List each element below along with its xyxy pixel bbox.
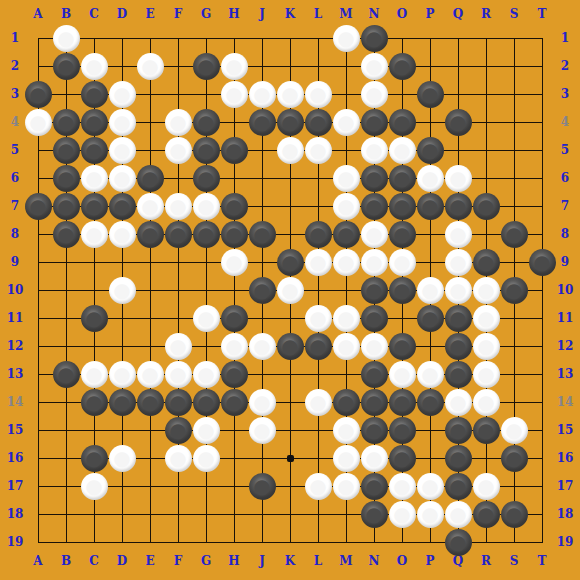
stone-black-B13: ● [53, 361, 80, 388]
stone-white-A4: ● [25, 109, 52, 136]
stone-black-C11: ● [81, 305, 108, 332]
stone-black-G8: ● [193, 221, 220, 248]
stone-black-N17: ● [361, 473, 388, 500]
stone-white-M15: ● [333, 417, 360, 444]
col-label-bottom-C: C [80, 554, 108, 568]
stone-black-D7: ● [109, 193, 136, 220]
row-label-right-4: 4 [552, 115, 578, 129]
stone-black-G2: ● [193, 53, 220, 80]
col-label-bottom-M: M [332, 554, 360, 568]
stone-white-D16: ● [109, 445, 136, 472]
stone-white-L5: ● [305, 137, 332, 164]
row-label-right-7: 7 [552, 199, 578, 213]
stone-white-R10: ● [473, 277, 500, 304]
stone-white-Q9: ● [445, 249, 472, 276]
stone-black-C5: ● [81, 137, 108, 164]
stone-white-H3: ● [221, 81, 248, 108]
stone-black-G6: ● [193, 165, 220, 192]
stone-black-Q15: ● [445, 417, 472, 444]
stone-white-R13: ● [473, 361, 500, 388]
col-label-top-B: B [52, 7, 80, 21]
col-label-bottom-G: G [192, 554, 220, 568]
stone-black-J10: ● [249, 277, 276, 304]
stone-white-O9: ● [389, 249, 416, 276]
col-label-bottom-P: P [416, 554, 444, 568]
stone-white-J3: ● [249, 81, 276, 108]
col-label-bottom-S: S [500, 554, 528, 568]
col-label-top-O: O [388, 7, 416, 21]
row-label-right-14: 14 [552, 395, 578, 409]
star-point-K16 [287, 455, 294, 462]
col-label-top-J: J [248, 7, 276, 21]
stone-white-L3: ● [305, 81, 332, 108]
stone-white-C17: ● [81, 473, 108, 500]
stone-black-D14: ● [109, 389, 136, 416]
stone-black-N10: ● [361, 277, 388, 304]
stone-black-O15: ● [389, 417, 416, 444]
stone-white-K10: ● [277, 277, 304, 304]
stone-black-N14: ● [361, 389, 388, 416]
stone-black-P3: ● [417, 81, 444, 108]
stone-black-R9: ● [473, 249, 500, 276]
stone-black-H8: ● [221, 221, 248, 248]
stone-white-M16: ● [333, 445, 360, 472]
col-label-bottom-N: N [360, 554, 388, 568]
col-label-bottom-D: D [108, 554, 136, 568]
stone-white-C8: ● [81, 221, 108, 248]
stone-black-N11: ● [361, 305, 388, 332]
stone-white-R17: ● [473, 473, 500, 500]
col-label-top-G: G [192, 7, 220, 21]
stone-black-O6: ● [389, 165, 416, 192]
stone-white-F16: ● [165, 445, 192, 472]
stone-white-H2: ● [221, 53, 248, 80]
stone-black-F14: ● [165, 389, 192, 416]
stone-white-J12: ● [249, 333, 276, 360]
stone-white-R14: ● [473, 389, 500, 416]
stone-black-O10: ● [389, 277, 416, 304]
stone-black-Q12: ● [445, 333, 472, 360]
col-label-top-N: N [360, 7, 388, 21]
stone-white-Q6: ● [445, 165, 472, 192]
stone-white-M1: ● [333, 25, 360, 52]
row-label-right-16: 16 [552, 451, 578, 465]
row-label-left-19: 19 [2, 535, 28, 549]
stone-black-R7: ● [473, 193, 500, 220]
col-label-bottom-O: O [388, 554, 416, 568]
row-label-right-8: 8 [552, 227, 578, 241]
stone-black-K12: ● [277, 333, 304, 360]
stone-black-O7: ● [389, 193, 416, 220]
col-label-top-M: M [332, 7, 360, 21]
stone-white-Q10: ● [445, 277, 472, 304]
stone-black-O8: ● [389, 221, 416, 248]
stone-white-L9: ● [305, 249, 332, 276]
stone-white-P17: ● [417, 473, 444, 500]
stone-black-O16: ● [389, 445, 416, 472]
row-label-left-16: 16 [2, 451, 28, 465]
stone-white-N12: ● [361, 333, 388, 360]
stone-black-L12: ● [305, 333, 332, 360]
stone-white-D13: ● [109, 361, 136, 388]
row-label-left-10: 10 [2, 283, 28, 297]
stone-white-K3: ● [277, 81, 304, 108]
col-label-bottom-A: A [24, 554, 52, 568]
stone-white-J14: ● [249, 389, 276, 416]
stone-white-S15: ● [501, 417, 528, 444]
stone-black-C4: ● [81, 109, 108, 136]
stone-white-P18: ● [417, 501, 444, 528]
stone-white-M6: ● [333, 165, 360, 192]
stone-white-O18: ● [389, 501, 416, 528]
stone-black-B4: ● [53, 109, 80, 136]
stone-white-C2: ● [81, 53, 108, 80]
col-label-top-E: E [136, 7, 164, 21]
row-label-right-11: 11 [552, 311, 578, 325]
stone-white-R11: ● [473, 305, 500, 332]
stone-black-N18: ● [361, 501, 388, 528]
row-label-right-15: 15 [552, 423, 578, 437]
col-label-top-S: S [500, 7, 528, 21]
stone-black-B6: ● [53, 165, 80, 192]
stone-black-G5: ● [193, 137, 220, 164]
stone-black-N15: ● [361, 417, 388, 444]
stone-black-F8: ● [165, 221, 192, 248]
stone-black-H5: ● [221, 137, 248, 164]
stone-white-L11: ● [305, 305, 332, 332]
col-label-top-T: T [528, 7, 556, 21]
stone-black-O12: ● [389, 333, 416, 360]
row-label-left-15: 15 [2, 423, 28, 437]
stone-black-H7: ● [221, 193, 248, 220]
stone-black-J17: ● [249, 473, 276, 500]
stone-white-E7: ● [137, 193, 164, 220]
stone-black-C7: ● [81, 193, 108, 220]
stone-white-D5: ● [109, 137, 136, 164]
stone-white-G13: ● [193, 361, 220, 388]
stone-black-B7: ● [53, 193, 80, 220]
stone-black-E8: ● [137, 221, 164, 248]
stone-white-K5: ● [277, 137, 304, 164]
stone-white-Q14: ● [445, 389, 472, 416]
row-label-left-12: 12 [2, 339, 28, 353]
stone-black-Q16: ● [445, 445, 472, 472]
stone-white-R12: ● [473, 333, 500, 360]
stone-black-S18: ● [501, 501, 528, 528]
stone-white-N2: ● [361, 53, 388, 80]
stone-white-H12: ● [221, 333, 248, 360]
stone-black-M14: ● [333, 389, 360, 416]
stone-white-F7: ● [165, 193, 192, 220]
stone-white-Q8: ● [445, 221, 472, 248]
stone-black-K4: ● [277, 109, 304, 136]
stone-white-F13: ● [165, 361, 192, 388]
row-label-left-2: 2 [2, 59, 28, 73]
stone-black-A7: ● [25, 193, 52, 220]
stone-black-G4: ● [193, 109, 220, 136]
stone-white-O13: ● [389, 361, 416, 388]
stone-black-N6: ● [361, 165, 388, 192]
row-label-left-5: 5 [2, 143, 28, 157]
stone-white-D4: ● [109, 109, 136, 136]
stone-white-C6: ● [81, 165, 108, 192]
stone-white-N5: ● [361, 137, 388, 164]
stone-black-F15: ● [165, 417, 192, 444]
row-label-left-1: 1 [2, 31, 28, 45]
col-label-bottom-J: J [248, 554, 276, 568]
stone-black-Q4: ● [445, 109, 472, 136]
stone-black-B5: ● [53, 137, 80, 164]
stone-white-P13: ● [417, 361, 444, 388]
stone-black-Q11: ● [445, 305, 472, 332]
stone-black-Q19: ● [445, 529, 472, 556]
col-label-bottom-K: K [276, 554, 304, 568]
row-label-right-1: 1 [552, 31, 578, 45]
stone-white-B1: ● [53, 25, 80, 52]
row-label-left-14: 14 [2, 395, 28, 409]
grid-line-vertical [542, 38, 543, 543]
go-board[interactable]: AABBCCDDEEFFGGHHJJKKLLMMNNOOPPQQRRSSTT11… [0, 0, 580, 580]
stone-black-J8: ● [249, 221, 276, 248]
col-label-bottom-E: E [136, 554, 164, 568]
stone-white-G16: ● [193, 445, 220, 472]
stone-white-O5: ● [389, 137, 416, 164]
col-label-bottom-Q: Q [444, 554, 472, 568]
col-label-top-A: A [24, 7, 52, 21]
stone-white-G15: ● [193, 417, 220, 444]
stone-white-F5: ● [165, 137, 192, 164]
stone-black-P7: ● [417, 193, 444, 220]
col-label-top-K: K [276, 7, 304, 21]
stone-white-N3: ● [361, 81, 388, 108]
stone-black-R18: ● [473, 501, 500, 528]
stone-black-H14: ● [221, 389, 248, 416]
stone-white-L17: ● [305, 473, 332, 500]
row-label-left-9: 9 [2, 255, 28, 269]
stone-white-M4: ● [333, 109, 360, 136]
stone-black-T9: ● [529, 249, 556, 276]
stone-black-S8: ● [501, 221, 528, 248]
stone-black-K9: ● [277, 249, 304, 276]
stone-black-C3: ● [81, 81, 108, 108]
col-label-bottom-F: F [164, 554, 192, 568]
row-label-right-3: 3 [552, 87, 578, 101]
col-label-top-P: P [416, 7, 444, 21]
row-label-left-18: 18 [2, 507, 28, 521]
row-label-right-2: 2 [552, 59, 578, 73]
stone-white-N16: ● [361, 445, 388, 472]
stone-white-D3: ● [109, 81, 136, 108]
stone-white-D10: ● [109, 277, 136, 304]
col-label-top-R: R [472, 7, 500, 21]
stone-black-R15: ● [473, 417, 500, 444]
row-label-left-8: 8 [2, 227, 28, 241]
row-label-right-10: 10 [552, 283, 578, 297]
stone-black-O4: ● [389, 109, 416, 136]
row-label-right-9: 9 [552, 255, 578, 269]
stone-black-B2: ● [53, 53, 80, 80]
row-label-right-18: 18 [552, 507, 578, 521]
stone-black-N4: ● [361, 109, 388, 136]
stone-white-O17: ● [389, 473, 416, 500]
stone-black-H11: ● [221, 305, 248, 332]
stone-black-E6: ● [137, 165, 164, 192]
row-label-left-6: 6 [2, 171, 28, 185]
stone-black-S10: ● [501, 277, 528, 304]
stone-black-L8: ● [305, 221, 332, 248]
stone-black-L4: ● [305, 109, 332, 136]
col-label-bottom-H: H [220, 554, 248, 568]
col-label-top-H: H [220, 7, 248, 21]
row-label-right-13: 13 [552, 367, 578, 381]
stone-white-N8: ● [361, 221, 388, 248]
stone-white-F4: ● [165, 109, 192, 136]
stone-white-L14: ● [305, 389, 332, 416]
col-label-bottom-L: L [304, 554, 332, 568]
stone-black-P14: ● [417, 389, 444, 416]
stone-white-G7: ● [193, 193, 220, 220]
stone-white-H9: ● [221, 249, 248, 276]
stone-black-N1: ● [361, 25, 388, 52]
stone-white-M7: ● [333, 193, 360, 220]
stone-black-G14: ● [193, 389, 220, 416]
col-label-top-Q: Q [444, 7, 472, 21]
row-label-left-17: 17 [2, 479, 28, 493]
stone-white-N9: ● [361, 249, 388, 276]
row-label-right-6: 6 [552, 171, 578, 185]
stone-black-Q13: ● [445, 361, 472, 388]
stone-white-E2: ● [137, 53, 164, 80]
stone-white-Q18: ● [445, 501, 472, 528]
stone-white-P10: ● [417, 277, 444, 304]
col-label-bottom-R: R [472, 554, 500, 568]
stone-white-P6: ● [417, 165, 444, 192]
stone-white-J15: ● [249, 417, 276, 444]
stone-black-N7: ● [361, 193, 388, 220]
stone-black-Q17: ● [445, 473, 472, 500]
col-label-top-D: D [108, 7, 136, 21]
row-label-right-5: 5 [552, 143, 578, 157]
stone-white-F12: ● [165, 333, 192, 360]
stone-black-E14: ● [137, 389, 164, 416]
stone-white-D6: ● [109, 165, 136, 192]
stone-white-M17: ● [333, 473, 360, 500]
stone-black-M8: ● [333, 221, 360, 248]
stone-black-B8: ● [53, 221, 80, 248]
stone-black-S16: ● [501, 445, 528, 472]
stone-black-Q7: ● [445, 193, 472, 220]
stone-black-P5: ● [417, 137, 444, 164]
row-label-left-13: 13 [2, 367, 28, 381]
row-label-right-17: 17 [552, 479, 578, 493]
stone-black-P11: ● [417, 305, 444, 332]
row-label-right-12: 12 [552, 339, 578, 353]
stone-black-J4: ● [249, 109, 276, 136]
col-label-top-F: F [164, 7, 192, 21]
col-label-top-L: L [304, 7, 332, 21]
stone-white-M11: ● [333, 305, 360, 332]
stone-black-A3: ● [25, 81, 52, 108]
col-label-top-C: C [80, 7, 108, 21]
stone-white-M9: ● [333, 249, 360, 276]
row-label-right-19: 19 [552, 535, 578, 549]
stone-black-O14: ● [389, 389, 416, 416]
stone-white-C13: ● [81, 361, 108, 388]
col-label-bottom-T: T [528, 554, 556, 568]
stone-black-H13: ● [221, 361, 248, 388]
stone-white-E13: ● [137, 361, 164, 388]
col-label-bottom-B: B [52, 554, 80, 568]
stone-black-C16: ● [81, 445, 108, 472]
stone-black-N13: ● [361, 361, 388, 388]
stone-white-D8: ● [109, 221, 136, 248]
stone-black-C14: ● [81, 389, 108, 416]
stone-white-M12: ● [333, 333, 360, 360]
row-label-left-11: 11 [2, 311, 28, 325]
stone-black-O2: ● [389, 53, 416, 80]
stone-white-G11: ● [193, 305, 220, 332]
